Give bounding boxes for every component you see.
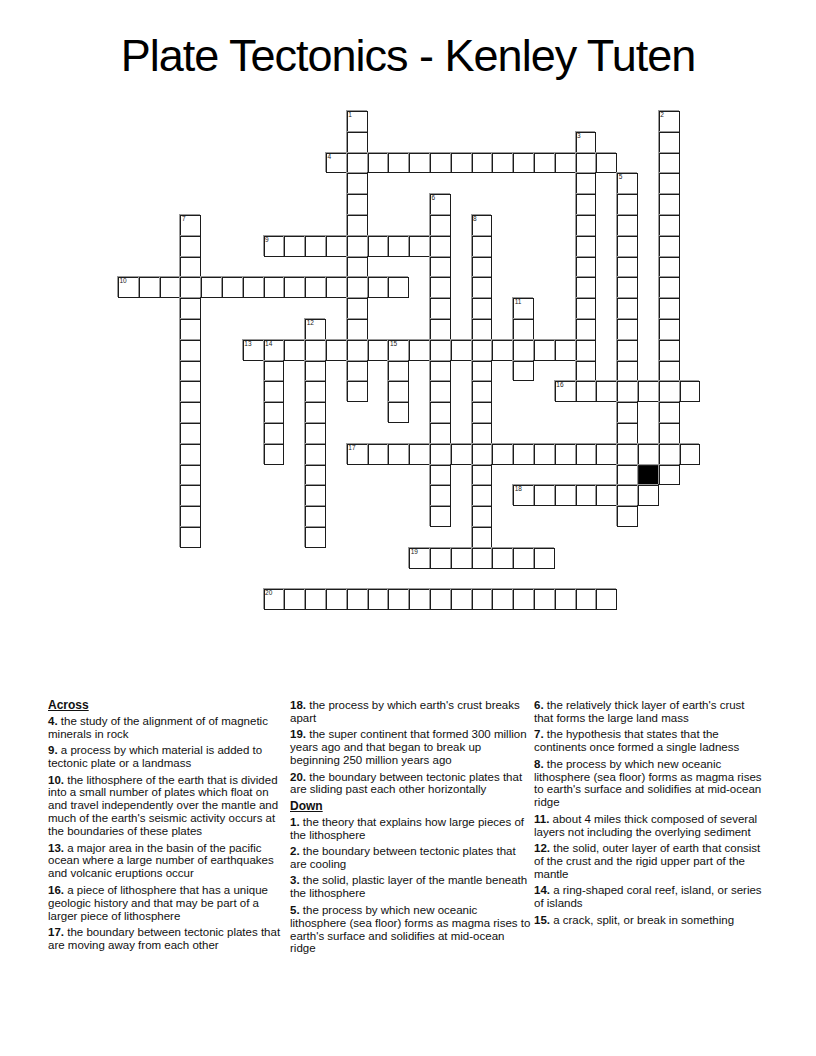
grid-cell[interactable] [617, 381, 638, 402]
grid-cell[interactable] [472, 506, 493, 527]
clue-number: 1. [290, 816, 300, 828]
grid-cell[interactable] [305, 340, 326, 361]
grid-cell[interactable] [617, 423, 638, 444]
clue-number: 16. [48, 884, 64, 896]
grid-cell[interactable] [659, 298, 680, 319]
grid-cell[interactable] [492, 340, 513, 361]
grid-cell[interactable] [659, 257, 680, 278]
grid-cell[interactable] [305, 485, 326, 506]
grid-cell[interactable] [243, 340, 264, 361]
grid-cell[interactable] [659, 173, 680, 194]
grid-cell[interactable] [368, 340, 389, 361]
clue-number: 12. [534, 842, 550, 854]
grid-cell[interactable] [243, 277, 264, 298]
grid-cell[interactable] [180, 465, 201, 486]
grid-cell[interactable] [659, 236, 680, 257]
grid-cell[interactable] [264, 340, 285, 361]
grid-cell[interactable] [430, 257, 451, 278]
grid-cell[interactable] [430, 215, 451, 236]
grid-cell[interactable] [430, 506, 451, 527]
grid-cell[interactable] [451, 340, 472, 361]
clue-number: 17. [48, 926, 64, 938]
clue-11: 11. about 4 miles thick composed of seve… [534, 813, 764, 839]
grid-cell[interactable] [513, 548, 534, 569]
grid-cell[interactable] [617, 485, 638, 506]
grid-cell[interactable] [555, 381, 576, 402]
grid-cell[interactable] [368, 236, 389, 257]
grid-cell[interactable] [305, 423, 326, 444]
grid-cell[interactable] [534, 485, 555, 506]
grid-cell[interactable] [347, 381, 368, 402]
grid-cell[interactable] [513, 361, 534, 382]
grid-cell[interactable] [576, 277, 597, 298]
clue-number: 20. [290, 771, 306, 783]
clue-4: 4. the study of the alignment of of magn… [48, 715, 281, 741]
grid-cell[interactable] [576, 444, 597, 465]
grid-cell[interactable] [513, 153, 534, 174]
grid-cell[interactable] [472, 319, 493, 340]
grid-cell[interactable] [659, 194, 680, 215]
grid-cell[interactable] [326, 589, 347, 610]
grid-cell[interactable] [305, 589, 326, 610]
grid-cell[interactable] [472, 423, 493, 444]
grid-cell[interactable] [305, 236, 326, 257]
clue-number: 15. [534, 914, 550, 926]
grid-cell[interactable] [347, 361, 368, 382]
grid-cell[interactable] [617, 298, 638, 319]
clue-number: 11. [534, 813, 549, 825]
grid-cell[interactable] [430, 465, 451, 486]
grid-cell[interactable] [347, 257, 368, 278]
clue-12: 12. the solid, outer layer of earth that… [534, 842, 764, 881]
grid-cell[interactable] [264, 589, 285, 610]
grid-cell[interactable] [264, 381, 285, 402]
grid-cell[interactable] [617, 506, 638, 527]
grid-cell[interactable] [534, 153, 555, 174]
grid-cell[interactable] [347, 153, 368, 174]
grid-cell[interactable] [388, 361, 409, 382]
grid-cell[interactable] [596, 485, 617, 506]
grid-cell[interactable] [617, 194, 638, 215]
grid-cell[interactable] [576, 340, 597, 361]
grid-cell[interactable] [555, 444, 576, 465]
clue-5: 5. the process by which new oceanic lith… [290, 904, 533, 956]
grid-cell[interactable] [305, 319, 326, 340]
grid-cell[interactable] [347, 298, 368, 319]
grid-cell[interactable] [430, 194, 451, 215]
grid-cell[interactable] [472, 215, 493, 236]
grid-cell[interactable] [659, 361, 680, 382]
grid-cell[interactable] [513, 485, 534, 506]
grid-cell[interactable] [326, 153, 347, 174]
grid-cell[interactable] [513, 298, 534, 319]
grid-cell[interactable] [472, 236, 493, 257]
grid-cell[interactable] [305, 402, 326, 423]
grid-cell[interactable] [576, 298, 597, 319]
grid-cell[interactable] [180, 402, 201, 423]
grid-cell[interactable] [472, 257, 493, 278]
grid-cell[interactable] [596, 381, 617, 402]
grid-cell[interactable] [638, 485, 659, 506]
clue-16: 16. a piece of lithosphere that has a un… [48, 884, 281, 923]
grid-cell[interactable] [180, 257, 201, 278]
grid-cell[interactable] [534, 444, 555, 465]
grid-cell[interactable] [534, 548, 555, 569]
grid-cell[interactable] [596, 153, 617, 174]
grid-cell[interactable] [347, 215, 368, 236]
grid-cell[interactable] [472, 444, 493, 465]
grid-cell[interactable] [659, 423, 680, 444]
clue-column-3: 6. the relatively thick layer of earth's… [534, 699, 764, 930]
grid-cell[interactable] [534, 589, 555, 610]
grid-cell[interactable] [368, 589, 389, 610]
grid-cell[interactable] [326, 340, 347, 361]
clue-17: 17. the boundary between tectonic plates… [48, 926, 281, 952]
clue-number: 10. [48, 774, 64, 786]
grid-cell[interactable] [617, 277, 638, 298]
grid-cell[interactable] [472, 361, 493, 382]
grid-cell[interactable] [180, 215, 201, 236]
grid-cell[interactable] [430, 589, 451, 610]
clue-7: 7. the hypothesis that states that the c… [534, 728, 764, 754]
clue-number: 4. [48, 715, 58, 727]
grid-cell[interactable] [388, 402, 409, 423]
grid-cell[interactable] [264, 423, 285, 444]
grid-cell[interactable] [659, 153, 680, 174]
grid-cell[interactable] [617, 361, 638, 382]
grid-cell[interactable] [576, 319, 597, 340]
grid-cell[interactable] [305, 506, 326, 527]
grid-cell[interactable] [680, 381, 701, 402]
grid-cell[interactable] [409, 340, 430, 361]
grid-cell[interactable] [659, 111, 680, 132]
grid-cell[interactable] [430, 381, 451, 402]
grid-cell[interactable] [617, 173, 638, 194]
clue-13: 13. a major area in the basin of the pac… [48, 842, 281, 881]
grid-cell[interactable] [347, 132, 368, 153]
grid-cell[interactable] [409, 236, 430, 257]
grid-cell[interactable] [430, 548, 451, 569]
grid-cell[interactable] [180, 527, 201, 548]
grid-cell[interactable] [617, 465, 638, 486]
grid-cell[interactable] [430, 277, 451, 298]
grid-cell[interactable] [492, 589, 513, 610]
grid-cell[interactable] [576, 257, 597, 278]
grid-cell[interactable] [264, 444, 285, 465]
grid-cell[interactable] [409, 153, 430, 174]
grid-cell[interactable] [451, 153, 472, 174]
grid-cell[interactable] [617, 340, 638, 361]
grid-cell[interactable] [201, 277, 222, 298]
grid-cell[interactable] [472, 381, 493, 402]
grid-cell[interactable] [388, 153, 409, 174]
grid-cell[interactable] [118, 277, 139, 298]
grid-cell[interactable] [576, 215, 597, 236]
clue-6: 6. the relatively thick layer of earth's… [534, 699, 764, 725]
grid-cell[interactable] [576, 132, 597, 153]
grid-cell[interactable] [388, 444, 409, 465]
grid-cell[interactable] [617, 236, 638, 257]
grid-cell[interactable] [659, 381, 680, 402]
grid-cell[interactable] [659, 340, 680, 361]
grid-cell[interactable] [472, 402, 493, 423]
grid-cell[interactable] [430, 361, 451, 382]
grid-cell[interactable] [576, 153, 597, 174]
grid-cell[interactable] [368, 277, 389, 298]
grid-cell[interactable] [180, 340, 201, 361]
grid-cell[interactable] [555, 153, 576, 174]
grid-cell[interactable] [180, 298, 201, 319]
grid-cell[interactable] [284, 589, 305, 610]
grid-cell[interactable] [472, 527, 493, 548]
grid-cell[interactable] [451, 589, 472, 610]
grid-cell[interactable] [472, 298, 493, 319]
grid-cell[interactable] [347, 111, 368, 132]
grid-cell[interactable] [472, 277, 493, 298]
grid-cell[interactable] [388, 381, 409, 402]
grid-cell[interactable] [555, 340, 576, 361]
grid-cell[interactable] [388, 277, 409, 298]
grid-cell[interactable] [430, 402, 451, 423]
grid-cell[interactable] [430, 485, 451, 506]
grid-cell[interactable] [180, 319, 201, 340]
across-heading: Across [48, 699, 281, 712]
grid-cell[interactable] [347, 589, 368, 610]
clue-number: 19. [290, 728, 306, 740]
grid-cell[interactable] [472, 589, 493, 610]
grid-cell[interactable] [388, 589, 409, 610]
grid-cell[interactable] [659, 319, 680, 340]
grid-cell[interactable] [472, 340, 493, 361]
grid-cell[interactable] [180, 485, 201, 506]
grid-cell[interactable] [347, 173, 368, 194]
grid-cell[interactable] [596, 444, 617, 465]
grid-cell[interactable] [264, 236, 285, 257]
black-cell [638, 465, 659, 486]
clue-19: 19. the super continent that formed 300 … [290, 728, 533, 767]
grid-cell[interactable] [347, 236, 368, 257]
grid-cell[interactable] [513, 319, 534, 340]
grid-cell[interactable] [326, 236, 347, 257]
grid-cell[interactable] [305, 361, 326, 382]
down-heading: Down [290, 800, 533, 813]
clue-number: 7. [534, 728, 544, 740]
grid-cell[interactable] [368, 444, 389, 465]
clue-number: 3. [290, 874, 300, 886]
grid-cell[interactable] [388, 340, 409, 361]
grid-cell[interactable] [576, 485, 597, 506]
grid-cell[interactable] [617, 215, 638, 236]
grid-cell[interactable] [596, 589, 617, 610]
crossword-grid: 1234567891011121314151617181920 [118, 111, 700, 610]
grid-cell[interactable] [180, 361, 201, 382]
grid-cell[interactable] [180, 236, 201, 257]
grid-cell[interactable] [492, 444, 513, 465]
grid-cell[interactable] [430, 153, 451, 174]
grid-cell[interactable] [388, 236, 409, 257]
grid-cell[interactable] [430, 319, 451, 340]
grid-cell[interactable] [305, 527, 326, 548]
clue-number: 9. [48, 744, 58, 756]
clue-3: 3. the solid, plastic layer of the mantl… [290, 874, 533, 900]
grid-cell[interactable] [659, 132, 680, 153]
grid-cell[interactable] [451, 548, 472, 569]
grid-cell[interactable] [305, 277, 326, 298]
puzzle-title: Plate Tectonics - Kenley Tuten [0, 30, 816, 82]
grid-cell[interactable] [451, 444, 472, 465]
clue-18: 18. the process by which earth's crust b… [290, 699, 533, 725]
clue-number: 13. [48, 842, 64, 854]
grid-cell[interactable] [617, 444, 638, 465]
grid-cell[interactable] [555, 485, 576, 506]
grid-cell[interactable] [617, 402, 638, 423]
grid-cell[interactable] [617, 257, 638, 278]
grid-cell[interactable] [368, 153, 389, 174]
grid-cell[interactable] [305, 465, 326, 486]
grid-cell[interactable] [513, 444, 534, 465]
grid-cell[interactable] [326, 277, 347, 298]
grid-cell[interactable] [472, 465, 493, 486]
grid-cell[interactable] [305, 444, 326, 465]
grid-cell[interactable] [534, 340, 555, 361]
grid-cell[interactable] [409, 548, 430, 569]
grid-cell[interactable] [284, 236, 305, 257]
grid-cell[interactable] [638, 381, 659, 402]
clue-1: 1. the theory that explains how large pi… [290, 816, 533, 842]
clue-number: 14. [534, 884, 550, 896]
clue-number: 5. [290, 904, 300, 916]
grid-cell[interactable] [472, 548, 493, 569]
grid-cell[interactable] [305, 381, 326, 402]
clue-number: 6. [534, 699, 544, 711]
grid-cell[interactable] [347, 340, 368, 361]
grid-cell[interactable] [347, 194, 368, 215]
clue-15: 15. a crack, split, or break in somethin… [534, 914, 764, 927]
grid-cell[interactable] [430, 298, 451, 319]
grid-cell[interactable] [576, 381, 597, 402]
grid-cell[interactable] [180, 381, 201, 402]
grid-cell[interactable] [160, 277, 181, 298]
grid-cell[interactable] [492, 153, 513, 174]
grid-cell[interactable] [576, 194, 597, 215]
grid-cell[interactable] [659, 444, 680, 465]
grid-cell[interactable] [180, 277, 201, 298]
clue-14: 14. a ring-shaped coral reef, island, or… [534, 884, 764, 910]
grid-cell[interactable] [659, 215, 680, 236]
grid-cell[interactable] [347, 319, 368, 340]
grid-cell[interactable] [659, 277, 680, 298]
grid-cell[interactable] [264, 402, 285, 423]
grid-cell[interactable] [139, 277, 160, 298]
grid-cell[interactable] [659, 465, 680, 486]
grid-cell[interactable] [680, 444, 701, 465]
grid-cell[interactable] [472, 153, 493, 174]
grid-cell[interactable] [180, 444, 201, 465]
grid-cell[interactable] [409, 444, 430, 465]
grid-cell[interactable] [430, 236, 451, 257]
grid-cell[interactable] [659, 402, 680, 423]
clue-2: 2. the boundary between tectonic plates … [290, 845, 533, 871]
clue-column-1: Across4. the study of the alignment of o… [48, 699, 281, 955]
grid-cell[interactable] [180, 423, 201, 444]
grid-cell[interactable] [513, 340, 534, 361]
grid-cell[interactable] [409, 589, 430, 610]
grid-cell[interactable] [513, 589, 534, 610]
clue-8: 8. the process by which new oceanic lith… [534, 758, 764, 810]
grid-cell[interactable] [576, 589, 597, 610]
grid-cell[interactable] [472, 485, 493, 506]
grid-cell[interactable] [284, 340, 305, 361]
grid-cell[interactable] [576, 173, 597, 194]
clue-20: 20. the boundary between tectonic plates… [290, 771, 533, 797]
clue-number: 8. [534, 758, 544, 770]
grid-cell[interactable] [430, 423, 451, 444]
grid-cell[interactable] [264, 361, 285, 382]
grid-cell[interactable] [180, 506, 201, 527]
clue-9: 9. a process by which material is added … [48, 744, 281, 770]
clue-number: 18. [290, 699, 306, 711]
clue-column-2: 18. the process by which earth's crust b… [290, 699, 533, 959]
grid-cell[interactable] [430, 340, 451, 361]
grid-cell[interactable] [222, 277, 243, 298]
grid-cell[interactable] [284, 277, 305, 298]
grid-cell[interactable] [347, 444, 368, 465]
grid-cell[interactable] [638, 444, 659, 465]
clue-number: 2. [290, 845, 300, 857]
grid-cell[interactable] [347, 277, 368, 298]
grid-cell[interactable] [555, 589, 576, 610]
grid-cell[interactable] [617, 319, 638, 340]
clue-10: 10. the lithosphere of the earth that is… [48, 774, 281, 839]
grid-cell[interactable] [576, 361, 597, 382]
grid-cell[interactable] [492, 548, 513, 569]
grid-cell[interactable] [430, 444, 451, 465]
grid-cell[interactable] [264, 277, 285, 298]
grid-cell[interactable] [576, 236, 597, 257]
